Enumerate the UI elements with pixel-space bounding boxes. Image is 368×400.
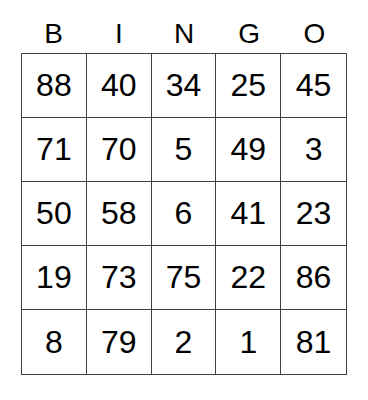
bingo-cell-r5c2[interactable]: 79: [87, 310, 152, 374]
bingo-cell-r1c4[interactable]: 25: [216, 54, 281, 118]
bingo-cell-r5c3[interactable]: 2: [152, 310, 217, 374]
bingo-cell-r3c4[interactable]: 41: [216, 182, 281, 246]
bingo-cell-r4c2[interactable]: 73: [87, 246, 152, 310]
bingo-cell-r2c4[interactable]: 49: [216, 118, 281, 182]
bingo-cell-r2c2[interactable]: 70: [87, 118, 152, 182]
bingo-cell-r1c5[interactable]: 45: [281, 54, 346, 118]
header-letter-N: N: [151, 20, 216, 53]
header-letter-I: I: [86, 20, 151, 53]
bingo-cell-r4c1[interactable]: 19: [22, 246, 87, 310]
bingo-cell-r3c1[interactable]: 50: [22, 182, 87, 246]
bingo-cell-r5c1[interactable]: 8: [22, 310, 87, 374]
bingo-cell-r2c5[interactable]: 3: [281, 118, 346, 182]
bingo-cell-r5c4[interactable]: 1: [216, 310, 281, 374]
bingo-cell-r1c1[interactable]: 88: [22, 54, 87, 118]
bingo-cell-r1c3[interactable]: 34: [152, 54, 217, 118]
bingo-cell-r4c4[interactable]: 22: [216, 246, 281, 310]
bingo-cell-r5c5[interactable]: 81: [281, 310, 346, 374]
bingo-card: BINGO 8840342545717054935058641231973752…: [21, 0, 347, 375]
bingo-cell-r3c2[interactable]: 58: [87, 182, 152, 246]
bingo-cell-r4c5[interactable]: 86: [281, 246, 346, 310]
bingo-cell-r1c2[interactable]: 40: [87, 54, 152, 118]
bingo-cell-r2c3[interactable]: 5: [152, 118, 217, 182]
bingo-header: BINGO: [21, 0, 347, 53]
bingo-cell-r3c5[interactable]: 23: [281, 182, 346, 246]
bingo-grid: 8840342545717054935058641231973752286879…: [21, 53, 347, 375]
bingo-cell-r4c3[interactable]: 75: [152, 246, 217, 310]
header-letter-G: G: [217, 20, 282, 53]
bingo-cell-r2c1[interactable]: 71: [22, 118, 87, 182]
header-letter-O: O: [282, 20, 347, 53]
header-letter-B: B: [21, 20, 86, 53]
bingo-cell-r3c3[interactable]: 6: [152, 182, 217, 246]
